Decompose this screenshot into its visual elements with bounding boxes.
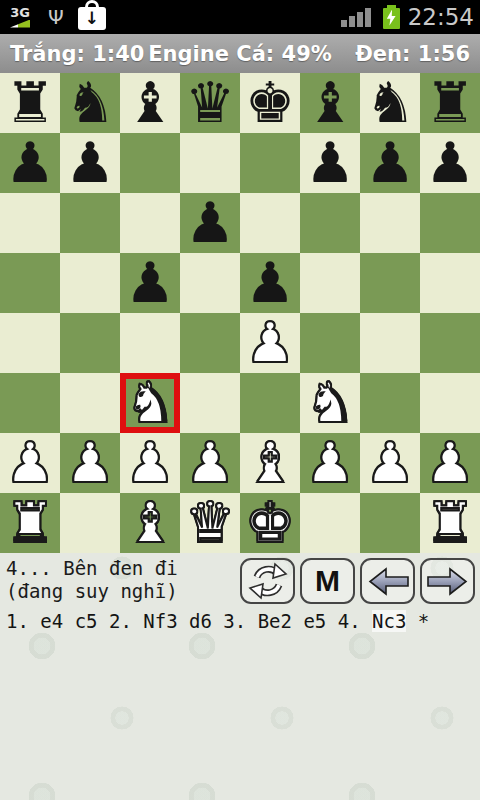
square-d4[interactable] — [180, 313, 240, 373]
square-a1[interactable]: ♜ — [0, 493, 60, 553]
square-c3[interactable]: ♞ — [120, 373, 180, 433]
square-f8[interactable]: ♝ — [300, 73, 360, 133]
undo-move-button[interactable] — [360, 558, 415, 604]
square-e7[interactable] — [240, 133, 300, 193]
square-d1[interactable]: ♛ — [180, 493, 240, 553]
square-b8[interactable]: ♞ — [60, 73, 120, 133]
download-icon: ↓ — [78, 7, 106, 30]
square-h5[interactable] — [420, 253, 480, 313]
piece-black-rook-a8: ♜ — [5, 73, 55, 133]
piece-black-bishop-f8: ♝ — [305, 73, 355, 133]
square-e2[interactable]: ♝ — [240, 433, 300, 493]
download-arrow-glyph: ↓ — [85, 10, 99, 27]
piece-black-rook-h8: ♜ — [425, 73, 475, 133]
square-f4[interactable] — [300, 313, 360, 373]
mode-button[interactable]: M — [300, 558, 355, 604]
piece-white-pawn-h2: ♟ — [425, 433, 475, 493]
status-left-icons: 3G Ψ ↓ — [6, 3, 106, 30]
app-screen: 3G Ψ ↓ 22:54 Engine Cá: 49% Trắng: 1:40 … — [0, 0, 480, 800]
piece-white-queen-d1: ♛ — [185, 493, 235, 553]
piece-white-pawn-e4: ♟ — [245, 313, 295, 373]
redo-move-button[interactable] — [420, 558, 475, 604]
cycle-arrows-icon — [248, 561, 288, 601]
square-e3[interactable] — [240, 373, 300, 433]
square-d6[interactable]: ♟ — [180, 193, 240, 253]
piece-white-rook-a1: ♜ — [5, 493, 55, 553]
piece-black-pawn-g7: ♟ — [365, 133, 415, 193]
square-c7[interactable] — [120, 133, 180, 193]
control-buttons: M — [240, 558, 475, 604]
piece-black-bishop-c8: ♝ — [125, 73, 175, 133]
status-right-icons: 22:54 — [341, 4, 474, 30]
piece-white-bishop-e2: ♝ — [245, 433, 295, 493]
square-f7[interactable]: ♟ — [300, 133, 360, 193]
status-line2: (đang suy nghĩ) — [6, 580, 178, 602]
square-e1[interactable]: ♚ — [240, 493, 300, 553]
right-arrow-icon — [427, 567, 469, 596]
square-f5[interactable] — [300, 253, 360, 313]
piece-white-knight-c3: ♞ — [125, 373, 175, 433]
square-g3[interactable] — [360, 373, 420, 433]
white-clock-label: Trắng: 1:40 — [10, 42, 144, 66]
square-g6[interactable] — [360, 193, 420, 253]
flip-colors-button[interactable] — [240, 558, 295, 604]
piece-white-pawn-a2: ♟ — [5, 433, 55, 493]
square-h7[interactable]: ♟ — [420, 133, 480, 193]
piece-black-pawn-e5: ♟ — [245, 253, 295, 313]
left-arrow-icon — [367, 567, 409, 596]
square-g4[interactable] — [360, 313, 420, 373]
square-g7[interactable]: ♟ — [360, 133, 420, 193]
square-d7[interactable] — [180, 133, 240, 193]
piece-white-king-e1: ♚ — [245, 493, 295, 553]
square-d3[interactable] — [180, 373, 240, 433]
piece-black-pawn-d6: ♟ — [185, 193, 235, 253]
piece-white-knight-f3: ♞ — [305, 373, 355, 433]
piece-black-pawn-b7: ♟ — [65, 133, 115, 193]
black-clock-label: Đen: 1:56 — [355, 42, 470, 66]
square-h1[interactable]: ♜ — [420, 493, 480, 553]
square-g8[interactable]: ♞ — [360, 73, 420, 133]
square-c8[interactable]: ♝ — [120, 73, 180, 133]
square-h8[interactable]: ♜ — [420, 73, 480, 133]
square-c2[interactable]: ♟ — [120, 433, 180, 493]
network-3g-icon: 3G — [6, 6, 34, 28]
square-f3[interactable]: ♞ — [300, 373, 360, 433]
network-activity-wedge — [10, 20, 30, 28]
square-h4[interactable] — [420, 313, 480, 373]
status-line1: 4... Bên đen đi — [6, 557, 178, 579]
square-f6[interactable] — [300, 193, 360, 253]
square-b7[interactable]: ♟ — [60, 133, 120, 193]
signal-strength-icon — [341, 7, 371, 27]
usb-icon: Ψ — [48, 7, 64, 27]
piece-black-pawn-a7: ♟ — [5, 133, 55, 193]
square-b3[interactable] — [60, 373, 120, 433]
square-b4[interactable] — [60, 313, 120, 373]
square-h2[interactable]: ♟ — [420, 433, 480, 493]
piece-white-pawn-g2: ♟ — [365, 433, 415, 493]
square-h6[interactable] — [420, 193, 480, 253]
network-3g-label: 3G — [10, 6, 30, 19]
square-g5[interactable] — [360, 253, 420, 313]
piece-black-pawn-h7: ♟ — [425, 133, 475, 193]
square-d5[interactable] — [180, 253, 240, 313]
square-a5[interactable] — [0, 253, 60, 313]
square-b2[interactable]: ♟ — [60, 433, 120, 493]
game-status-text: 4... Bên đen đi (đang suy nghĩ) — [6, 557, 240, 603]
move-list[interactable]: 1. e4 c5 2. Nf3 d6 3. Be2 e5 4. Nc3 * — [0, 604, 480, 632]
square-c6[interactable] — [120, 193, 180, 253]
square-f2[interactable]: ♟ — [300, 433, 360, 493]
chess-board[interactable]: ♜♞♝♛♚♝♞♜♟♟♟♟♟♟♟♟♟♞♞♟♟♟♟♝♟♟♟♜♝♛♚♜ — [0, 73, 480, 553]
square-a7[interactable]: ♟ — [0, 133, 60, 193]
square-b5[interactable] — [60, 253, 120, 313]
piece-white-pawn-f2: ♟ — [305, 433, 355, 493]
square-h3[interactable] — [420, 373, 480, 433]
square-g2[interactable]: ♟ — [360, 433, 420, 493]
piece-white-pawn-c2: ♟ — [125, 433, 175, 493]
mode-button-label: M — [315, 566, 340, 596]
square-a6[interactable] — [0, 193, 60, 253]
square-d8[interactable]: ♛ — [180, 73, 240, 133]
battery-charging-icon — [383, 5, 400, 29]
square-c1[interactable]: ♝ — [120, 493, 180, 553]
piece-black-queen-d8: ♛ — [185, 73, 235, 133]
square-c5[interactable]: ♟ — [120, 253, 180, 313]
square-f1[interactable] — [300, 493, 360, 553]
clock-time: 22:54 — [408, 4, 474, 30]
piece-white-pawn-b2: ♟ — [65, 433, 115, 493]
game-header: Engine Cá: 49% Trắng: 1:40 Đen: 1:56 — [0, 33, 480, 73]
piece-black-pawn-c5: ♟ — [125, 253, 175, 313]
square-e6[interactable] — [240, 193, 300, 253]
square-e5[interactable]: ♟ — [240, 253, 300, 313]
moves-after-current: * — [406, 610, 429, 632]
download-icon-handle — [85, 0, 99, 9]
piece-white-pawn-d2: ♟ — [185, 433, 235, 493]
square-e4[interactable]: ♟ — [240, 313, 300, 373]
piece-black-pawn-f7: ♟ — [305, 133, 355, 193]
piece-black-knight-b8: ♞ — [65, 73, 115, 133]
square-b1[interactable] — [60, 493, 120, 553]
square-g1[interactable] — [360, 493, 420, 553]
square-a4[interactable] — [0, 313, 60, 373]
piece-black-king-e8: ♚ — [245, 73, 295, 133]
status-bar: 3G Ψ ↓ 22:54 — [0, 0, 480, 33]
piece-white-bishop-c1: ♝ — [125, 493, 175, 553]
square-a2[interactable]: ♟ — [0, 433, 60, 493]
square-d2[interactable]: ♟ — [180, 433, 240, 493]
current-move[interactable]: Nc3 — [372, 610, 406, 632]
piece-black-knight-g8: ♞ — [365, 73, 415, 133]
square-c4[interactable] — [120, 313, 180, 373]
square-a8[interactable]: ♜ — [0, 73, 60, 133]
info-row: 4... Bên đen đi (đang suy nghĩ) — [0, 553, 480, 604]
piece-white-rook-h1: ♜ — [425, 493, 475, 553]
square-b6[interactable] — [60, 193, 120, 253]
square-e8[interactable]: ♚ — [240, 73, 300, 133]
moves-before-current: 1. e4 c5 2. Nf3 d6 3. Be2 e5 4. — [6, 610, 372, 632]
square-a3[interactable] — [0, 373, 60, 433]
